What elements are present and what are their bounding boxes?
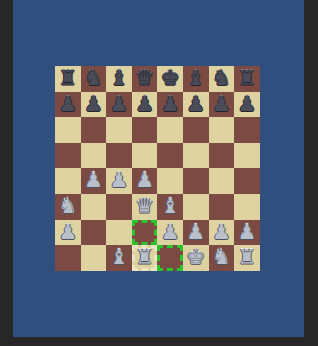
square-f2[interactable]: ♟ — [183, 220, 209, 246]
square-a3[interactable]: ♞ — [55, 194, 81, 220]
square-a1[interactable] — [55, 245, 81, 271]
square-e1[interactable] — [157, 245, 183, 271]
piece-black-knight: ♞ — [212, 66, 231, 92]
piece-white-king: ♚ — [186, 245, 205, 271]
piece-black-knight: ♞ — [84, 66, 103, 92]
square-d5[interactable] — [132, 143, 158, 169]
square-c4[interactable]: ♟ — [106, 168, 132, 194]
square-e4[interactable] — [157, 168, 183, 194]
legal-move-outline — [157, 245, 183, 271]
square-c5[interactable] — [106, 143, 132, 169]
square-a4[interactable] — [55, 168, 81, 194]
piece-black-pawn: ♟ — [186, 92, 205, 118]
piece-white-queen: ♛ — [135, 194, 154, 220]
piece-white-pawn: ♟ — [212, 220, 231, 246]
piece-black-pawn: ♟ — [58, 92, 77, 118]
chess-board: ♜♞♝♛♚♝♞♜♟♟♟♟♟♟♟♟♟♟♟♞♛♝♟♟♟♟♟♝♜♚♞♜ — [55, 66, 260, 271]
piece-white-pawn: ♟ — [110, 168, 129, 194]
piece-white-bishop: ♝ — [161, 194, 180, 220]
square-h7[interactable]: ♟ — [234, 92, 260, 118]
square-a7[interactable]: ♟ — [55, 92, 81, 118]
square-a6[interactable] — [55, 117, 81, 143]
square-d2[interactable] — [132, 220, 158, 246]
square-d4[interactable]: ♟ — [132, 168, 158, 194]
piece-black-pawn: ♟ — [110, 92, 129, 118]
piece-white-pawn: ♟ — [161, 220, 180, 246]
square-g8[interactable]: ♞ — [209, 66, 235, 92]
square-b3[interactable] — [81, 194, 107, 220]
window-frame-right — [304, 0, 318, 346]
square-b2[interactable] — [81, 220, 107, 246]
piece-white-pawn: ♟ — [186, 220, 205, 246]
square-g6[interactable] — [209, 117, 235, 143]
piece-white-knight: ♞ — [58, 194, 77, 220]
square-h8[interactable]: ♜ — [234, 66, 260, 92]
square-e6[interactable] — [157, 117, 183, 143]
square-c8[interactable]: ♝ — [106, 66, 132, 92]
square-f5[interactable] — [183, 143, 209, 169]
piece-black-pawn: ♟ — [212, 92, 231, 118]
square-h3[interactable] — [234, 194, 260, 220]
square-e3[interactable]: ♝ — [157, 194, 183, 220]
square-d6[interactable] — [132, 117, 158, 143]
piece-black-bishop: ♝ — [110, 66, 129, 92]
square-f4[interactable] — [183, 168, 209, 194]
square-c7[interactable]: ♟ — [106, 92, 132, 118]
square-e8[interactable]: ♚ — [157, 66, 183, 92]
piece-black-rook: ♜ — [238, 66, 257, 92]
piece-black-king: ♚ — [161, 66, 180, 92]
window-frame-left — [0, 0, 13, 346]
square-b1[interactable] — [81, 245, 107, 271]
square-f7[interactable]: ♟ — [183, 92, 209, 118]
piece-black-pawn: ♟ — [84, 92, 103, 118]
square-g1[interactable]: ♞ — [209, 245, 235, 271]
square-f3[interactable] — [183, 194, 209, 220]
square-h5[interactable] — [234, 143, 260, 169]
selected-square-outline — [132, 245, 158, 271]
square-g2[interactable]: ♟ — [209, 220, 235, 246]
square-d7[interactable]: ♟ — [132, 92, 158, 118]
legal-move-outline — [132, 220, 158, 246]
piece-black-pawn: ♟ — [135, 92, 154, 118]
square-g7[interactable]: ♟ — [209, 92, 235, 118]
square-e2[interactable]: ♟ — [157, 220, 183, 246]
square-h4[interactable] — [234, 168, 260, 194]
square-a8[interactable]: ♜ — [55, 66, 81, 92]
piece-white-pawn: ♟ — [238, 220, 257, 246]
square-d8[interactable]: ♛ — [132, 66, 158, 92]
square-a5[interactable] — [55, 143, 81, 169]
square-g5[interactable] — [209, 143, 235, 169]
piece-black-pawn: ♟ — [238, 92, 257, 118]
piece-white-pawn: ♟ — [84, 168, 103, 194]
square-f6[interactable] — [183, 117, 209, 143]
piece-black-bishop: ♝ — [186, 66, 205, 92]
square-d1[interactable]: ♜ — [132, 245, 158, 271]
square-f1[interactable]: ♚ — [183, 245, 209, 271]
square-b5[interactable] — [81, 143, 107, 169]
square-d3[interactable]: ♛ — [132, 194, 158, 220]
piece-white-pawn: ♟ — [58, 220, 77, 246]
square-c2[interactable] — [106, 220, 132, 246]
piece-white-knight: ♞ — [212, 245, 231, 271]
square-b8[interactable]: ♞ — [81, 66, 107, 92]
square-e5[interactable] — [157, 143, 183, 169]
square-b6[interactable] — [81, 117, 107, 143]
square-h2[interactable]: ♟ — [234, 220, 260, 246]
window-frame-bottom — [0, 337, 318, 346]
piece-black-queen: ♛ — [135, 66, 154, 92]
square-h6[interactable] — [234, 117, 260, 143]
square-c6[interactable] — [106, 117, 132, 143]
piece-white-rook: ♜ — [238, 245, 257, 271]
square-g4[interactable] — [209, 168, 235, 194]
square-g3[interactable] — [209, 194, 235, 220]
piece-white-bishop: ♝ — [110, 245, 129, 271]
square-e7[interactable]: ♟ — [157, 92, 183, 118]
square-c3[interactable] — [106, 194, 132, 220]
square-b7[interactable]: ♟ — [81, 92, 107, 118]
square-c1[interactable]: ♝ — [106, 245, 132, 271]
piece-black-rook: ♜ — [58, 66, 77, 92]
square-a2[interactable]: ♟ — [55, 220, 81, 246]
square-f8[interactable]: ♝ — [183, 66, 209, 92]
piece-black-pawn: ♟ — [161, 92, 180, 118]
piece-white-pawn: ♟ — [135, 168, 154, 194]
square-h1[interactable]: ♜ — [234, 245, 260, 271]
square-b4[interactable]: ♟ — [81, 168, 107, 194]
